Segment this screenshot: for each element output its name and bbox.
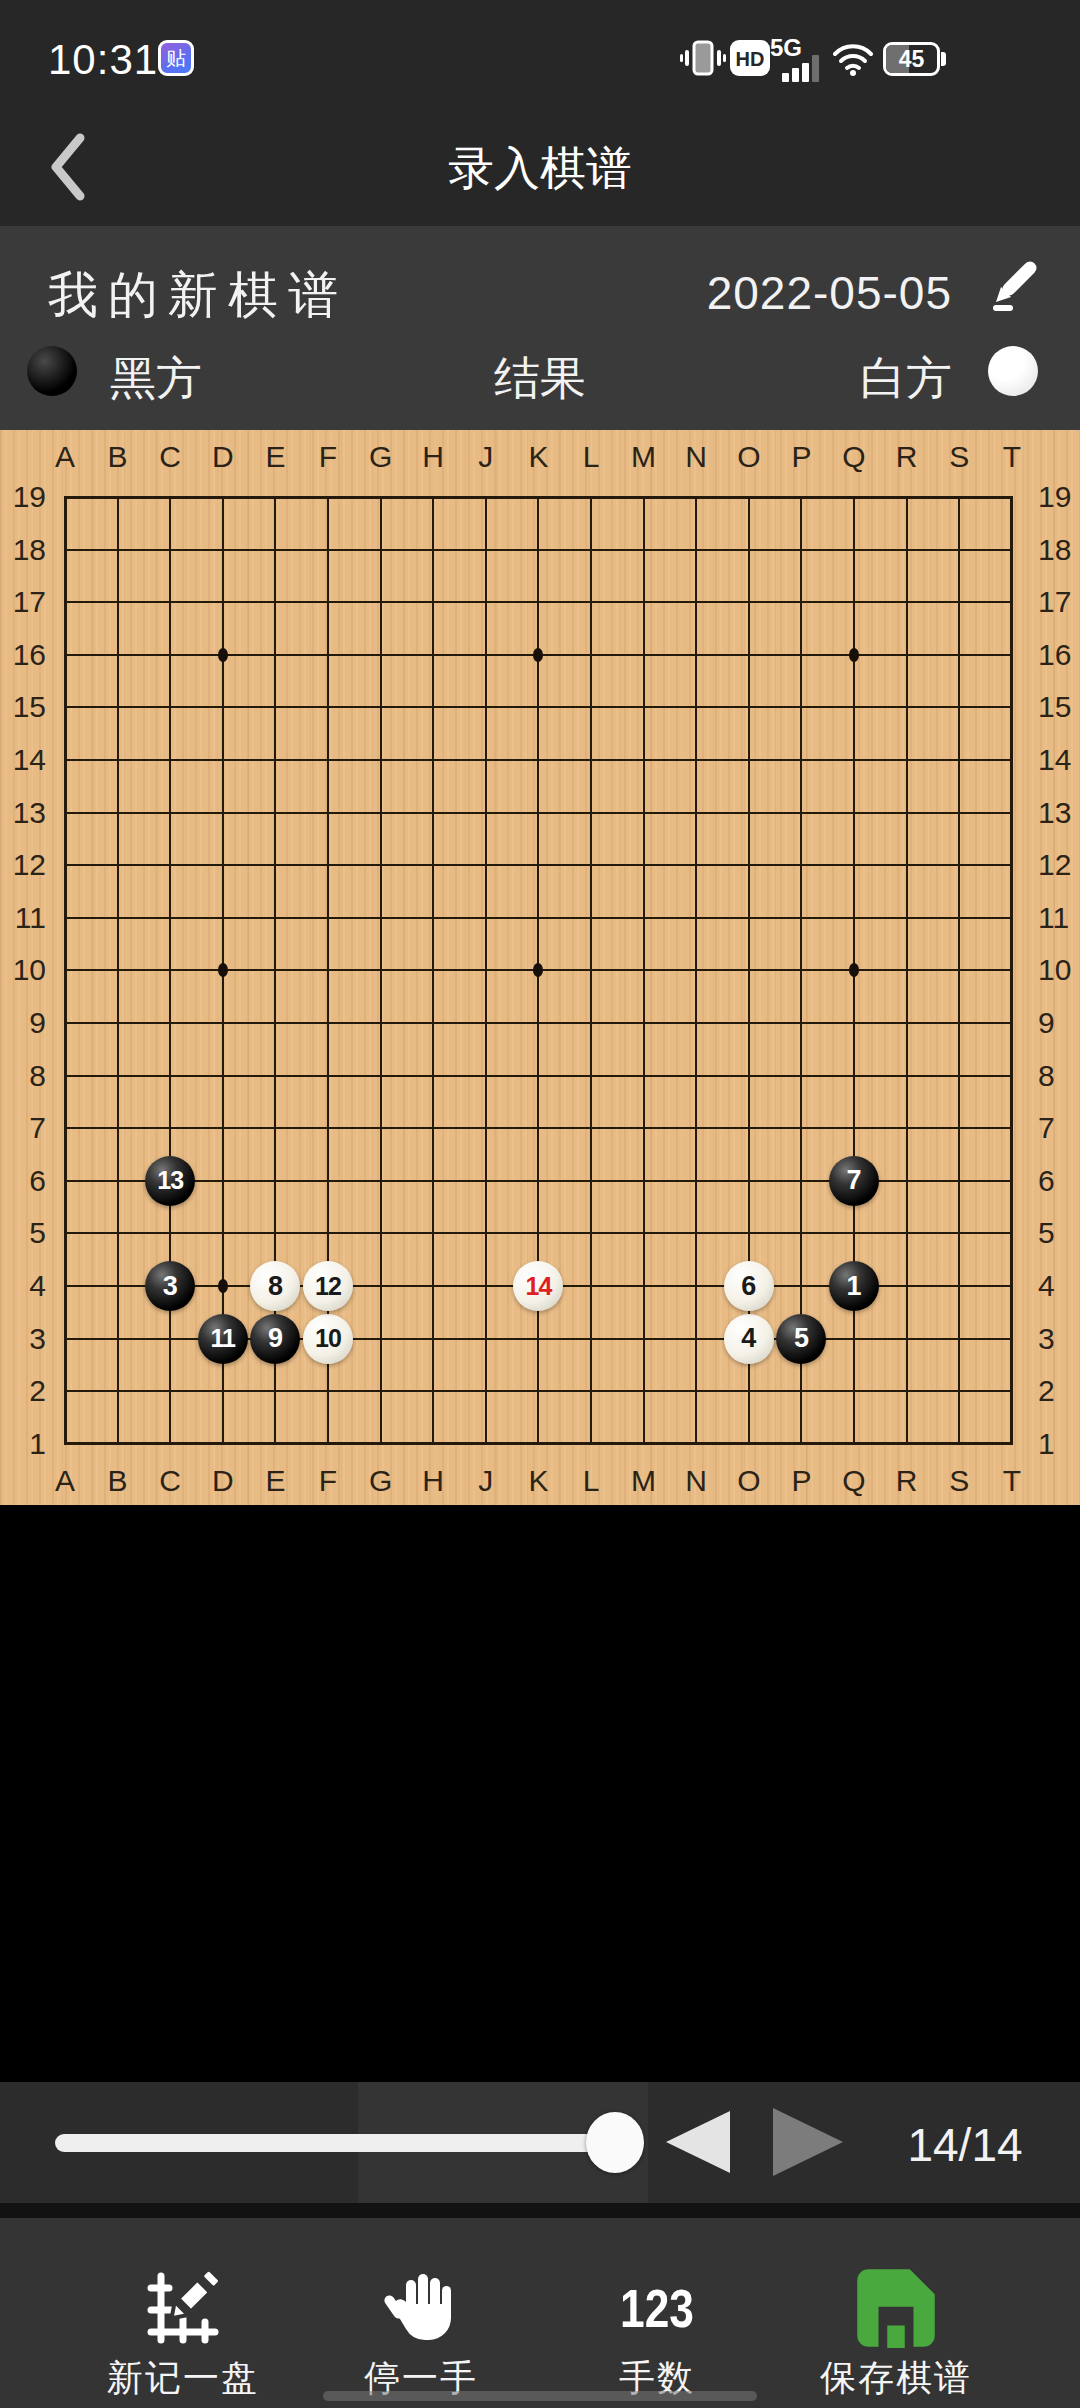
row-label-right-14: 14 — [1038, 743, 1080, 777]
col-label-bottom-P: P — [775, 1464, 827, 1498]
col-label-top-T: T — [986, 440, 1038, 474]
grid-line-v — [958, 497, 960, 1444]
toolbar-label: 新记一盘 — [63, 2354, 303, 2403]
col-label-bottom-D: D — [197, 1464, 249, 1498]
row-label-left-16: 16 — [2, 638, 46, 672]
grid-line-v — [800, 497, 802, 1444]
row-label-left-5: 5 — [2, 1216, 46, 1250]
grid-line-v — [695, 497, 697, 1444]
col-label-top-F: F — [302, 440, 354, 474]
row-label-right-4: 4 — [1038, 1269, 1080, 1303]
game-name[interactable]: 我的新棋谱 — [48, 262, 348, 329]
move-number: 14 — [525, 1274, 551, 1299]
screen: 10:31 贴 HD 5G — [0, 0, 1080, 2408]
game-info-panel: 我的新棋谱 2022-05-05 黑方 结果 白方 — [0, 226, 1080, 430]
row-label-right-3: 3 — [1038, 1322, 1080, 1356]
grid-line-v — [590, 497, 592, 1444]
page-title: 录入棋谱 — [0, 138, 1080, 200]
row-label-right-2: 2 — [1038, 1374, 1080, 1408]
signal-bars — [782, 55, 819, 82]
grid-line-h — [65, 1075, 1012, 1077]
col-label-bottom-M: M — [618, 1464, 670, 1498]
new-game-button[interactable]: 新记一盘 — [63, 2228, 303, 2398]
move-number: 9 — [268, 1325, 283, 1352]
stone-black-E3: 9 — [250, 1314, 300, 1364]
row-label-left-7: 7 — [2, 1111, 46, 1145]
row-label-right-18: 18 — [1038, 533, 1080, 567]
grid-line-h — [65, 1232, 1012, 1234]
move-number: 4 — [741, 1325, 756, 1352]
move-number: 3 — [163, 1273, 178, 1300]
row-label-left-19: 19 — [2, 480, 46, 514]
playback-bar: 14/14 — [0, 2082, 1080, 2203]
col-label-top-C: C — [144, 440, 196, 474]
move-number: 1 — [846, 1273, 861, 1300]
grid-line-v — [906, 497, 908, 1444]
app-badge-glyph: 贴 — [166, 45, 186, 72]
col-label-bottom-B: B — [92, 1464, 144, 1498]
col-label-bottom-F: F — [302, 1464, 354, 1498]
app-badge: 贴 — [158, 40, 194, 76]
move-number: 11 — [211, 1326, 235, 1351]
col-label-top-O: O — [723, 440, 775, 474]
row-label-right-19: 19 — [1038, 480, 1080, 514]
row-label-right-8: 8 — [1038, 1059, 1080, 1093]
move-number: 12 — [315, 1274, 341, 1299]
col-label-bottom-J: J — [460, 1464, 512, 1498]
row-label-right-13: 13 — [1038, 796, 1080, 830]
col-label-bottom-G: G — [355, 1464, 407, 1498]
move-numbers-button[interactable]: 123 手数 — [537, 2228, 777, 2398]
col-label-top-A: A — [39, 440, 91, 474]
move-number: 6 — [741, 1273, 756, 1300]
save-button[interactable]: 保存棋谱 — [776, 2228, 1016, 2398]
col-label-top-K: K — [512, 440, 564, 474]
col-label-top-B: B — [92, 440, 144, 474]
move-number: 7 — [846, 1167, 861, 1194]
col-label-bottom-N: N — [670, 1464, 722, 1498]
move-slider[interactable] — [55, 2134, 640, 2152]
row-label-left-2: 2 — [2, 1374, 46, 1408]
col-label-bottom-T: T — [986, 1464, 1038, 1498]
game-date: 2022-05-05 — [707, 266, 952, 320]
numbers-123-icon: 123 — [624, 2268, 690, 2348]
col-label-bottom-C: C — [144, 1464, 196, 1498]
col-label-bottom-E: E — [249, 1464, 301, 1498]
stone-black-P3: 5 — [776, 1314, 826, 1364]
bottom-toolbar: 新记一盘 停一手 123 手数 — [0, 2218, 1080, 2408]
stone-black-Q4: 1 — [829, 1261, 879, 1311]
board-pencil-icon — [143, 2268, 223, 2348]
move-number: 8 — [268, 1273, 283, 1300]
col-label-top-J: J — [460, 440, 512, 474]
row-label-right-9: 9 — [1038, 1006, 1080, 1040]
row-label-left-9: 9 — [2, 1006, 46, 1040]
col-label-top-L: L — [565, 440, 617, 474]
clock: 10:31 — [48, 36, 158, 84]
pass-button[interactable]: 停一手 — [301, 2228, 541, 2398]
row-label-right-12: 12 — [1038, 848, 1080, 882]
prev-move-button[interactable] — [666, 2111, 730, 2173]
toolbar-label: 保存棋谱 — [776, 2354, 1016, 2403]
battery-cap — [941, 52, 946, 66]
col-label-top-M: M — [618, 440, 670, 474]
row-label-left-17: 17 — [2, 585, 46, 619]
row-label-right-15: 15 — [1038, 690, 1080, 724]
move-number: 5 — [794, 1325, 809, 1352]
col-label-bottom-S: S — [933, 1464, 985, 1498]
col-label-bottom-R: R — [881, 1464, 933, 1498]
save-icon — [856, 2268, 936, 2348]
next-move-button[interactable] — [773, 2108, 843, 2176]
col-label-bottom-O: O — [723, 1464, 775, 1498]
row-label-left-12: 12 — [2, 848, 46, 882]
vibrate-icon — [680, 40, 726, 80]
col-label-bottom-K: K — [512, 1464, 564, 1498]
row-label-left-8: 8 — [2, 1059, 46, 1093]
home-indicator[interactable] — [323, 2391, 757, 2401]
col-label-bottom-Q: Q — [828, 1464, 880, 1498]
row-label-right-11: 11 — [1038, 901, 1080, 935]
col-label-top-P: P — [775, 440, 827, 474]
col-label-top-G: G — [355, 440, 407, 474]
row-label-right-7: 7 — [1038, 1111, 1080, 1145]
grid-line-h — [65, 1022, 1012, 1024]
row-label-left-13: 13 — [2, 796, 46, 830]
row-label-left-3: 3 — [2, 1322, 46, 1356]
top-bar: 10:31 贴 HD 5G — [0, 0, 1080, 226]
col-label-top-R: R — [881, 440, 933, 474]
hd-badge: HD — [730, 40, 770, 76]
col-label-top-H: H — [407, 440, 459, 474]
signal-5g-icon: 5G — [770, 36, 830, 82]
row-label-left-11: 11 — [2, 901, 46, 935]
star-point-Q16 — [849, 648, 859, 662]
divider — [0, 2203, 1080, 2218]
col-label-top-D: D — [197, 440, 249, 474]
white-side-label: 白方 — [860, 348, 952, 410]
grid-line-h — [65, 1127, 1012, 1129]
row-label-left-1: 1 — [2, 1427, 46, 1461]
row-label-right-16: 16 — [1038, 638, 1080, 672]
white-stone-icon[interactable] — [988, 346, 1038, 396]
stone-black-C4: 3 — [145, 1261, 195, 1311]
move-number: 10 — [315, 1326, 341, 1351]
grid-line-h — [65, 1390, 1012, 1392]
battery-icon: 45 — [883, 42, 940, 76]
slider-thumb[interactable] — [586, 2112, 644, 2173]
col-label-top-S: S — [933, 440, 985, 474]
hand-icon — [381, 2268, 461, 2348]
grid-line-v — [643, 497, 645, 1444]
row-label-right-5: 5 — [1038, 1216, 1080, 1250]
row-label-left-14: 14 — [2, 743, 46, 777]
col-label-top-N: N — [670, 440, 722, 474]
move-counter: 14/14 — [880, 2118, 1050, 2172]
stone-black-D3: 11 — [198, 1314, 248, 1364]
battery-percent: 45 — [899, 46, 925, 73]
row-label-right-6: 6 — [1038, 1164, 1080, 1198]
wifi-icon — [833, 44, 873, 76]
star-point-D4 — [218, 1279, 228, 1293]
stone-black-C6: 13 — [145, 1156, 195, 1206]
row-label-left-6: 6 — [2, 1164, 46, 1198]
row-label-right-17: 17 — [1038, 585, 1080, 619]
col-label-bottom-L: L — [565, 1464, 617, 1498]
row-label-right-10: 10 — [1038, 953, 1080, 987]
stone-white-O4: 6 — [724, 1261, 774, 1311]
row-label-left-4: 4 — [2, 1269, 46, 1303]
stone-white-F4: 12 — [303, 1261, 353, 1311]
row-label-left-18: 18 — [2, 533, 46, 567]
row-label-left-10: 10 — [2, 953, 46, 987]
col-label-top-Q: Q — [828, 440, 880, 474]
move-number: 13 — [157, 1168, 183, 1193]
stone-white-O3: 4 — [724, 1314, 774, 1364]
row-label-right-1: 1 — [1038, 1427, 1080, 1461]
col-label-bottom-A: A — [39, 1464, 91, 1498]
stone-white-F3: 10 — [303, 1314, 353, 1364]
col-label-top-E: E — [249, 440, 301, 474]
svg-text:HD: HD — [736, 48, 765, 70]
star-point-D16 — [218, 648, 228, 662]
row-label-left-15: 15 — [2, 690, 46, 724]
edit-icon[interactable] — [984, 258, 1042, 316]
stone-black-Q6: 7 — [829, 1156, 879, 1206]
go-board[interactable]: AABBCCDDEEFFGGHHJJKKLLMMNNOOPPQQRRSSTT19… — [0, 430, 1080, 1505]
col-label-bottom-H: H — [407, 1464, 459, 1498]
